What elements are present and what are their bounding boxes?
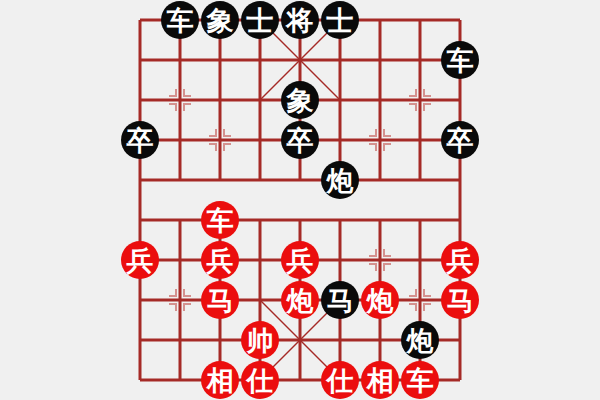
- piece-red-horse[interactable]: 马: [201, 281, 239, 319]
- piece-red-cannon[interactable]: 炮: [361, 281, 399, 319]
- piece-black-elephant[interactable]: 象: [281, 81, 319, 119]
- piece-black-cannon[interactable]: 炮: [401, 321, 439, 359]
- piece-red-chariot[interactable]: 车: [201, 201, 239, 239]
- piece-black-elephant[interactable]: 象: [201, 1, 239, 39]
- piece-black-chariot[interactable]: 车: [161, 1, 199, 39]
- piece-red-soldier[interactable]: 兵: [121, 241, 159, 279]
- piece-red-soldier[interactable]: 兵: [281, 241, 319, 279]
- piece-black-general[interactable]: 将: [281, 1, 319, 39]
- piece-red-cannon[interactable]: 炮: [281, 281, 319, 319]
- piece-black-horse[interactable]: 马: [321, 281, 359, 319]
- piece-black-chariot[interactable]: 车: [441, 41, 479, 79]
- piece-black-soldier[interactable]: 卒: [441, 121, 479, 159]
- xiangqi-board: 车象士将士车象卒卒卒炮车兵兵兵兵马炮马炮马帅炮相仕仕相车: [0, 0, 600, 400]
- piece-red-advisor[interactable]: 仕: [241, 361, 279, 399]
- piece-red-chariot[interactable]: 车: [401, 361, 439, 399]
- piece-red-general[interactable]: 帅: [241, 321, 279, 359]
- piece-red-soldier[interactable]: 兵: [441, 241, 479, 279]
- piece-black-cannon[interactable]: 炮: [321, 161, 359, 199]
- piece-black-advisor[interactable]: 士: [321, 1, 359, 39]
- piece-red-advisor[interactable]: 仕: [321, 361, 359, 399]
- piece-red-elephant[interactable]: 相: [201, 361, 239, 399]
- pieces-layer: 车象士将士车象卒卒卒炮车兵兵兵兵马炮马炮马帅炮相仕仕相车: [0, 0, 600, 400]
- piece-red-elephant[interactable]: 相: [361, 361, 399, 399]
- piece-black-advisor[interactable]: 士: [241, 1, 279, 39]
- piece-black-soldier[interactable]: 卒: [281, 121, 319, 159]
- piece-red-soldier[interactable]: 兵: [201, 241, 239, 279]
- piece-black-soldier[interactable]: 卒: [121, 121, 159, 159]
- piece-red-horse[interactable]: 马: [441, 281, 479, 319]
